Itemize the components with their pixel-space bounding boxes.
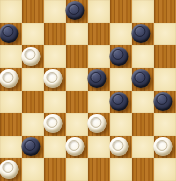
white-piece[interactable] — [0, 160, 18, 179]
square-r3c2[interactable] — [44, 68, 66, 91]
dark-piece[interactable] — [131, 24, 150, 43]
square-r0c4 — [88, 0, 110, 23]
square-r4c6 — [132, 91, 154, 114]
white-piece[interactable] — [43, 69, 62, 88]
square-r5c4[interactable] — [88, 113, 110, 136]
square-r5c7 — [154, 113, 176, 136]
square-r1c6[interactable] — [132, 23, 154, 46]
square-r6c5[interactable] — [110, 136, 132, 159]
square-r0c2 — [44, 0, 66, 23]
square-r5c6[interactable] — [132, 113, 154, 136]
checkers-board — [0, 0, 176, 181]
square-r3c3 — [66, 68, 88, 91]
square-r1c1 — [22, 23, 44, 46]
square-r0c5[interactable] — [110, 0, 132, 23]
square-r4c4 — [88, 91, 110, 114]
square-r2c2 — [44, 45, 66, 68]
square-r4c7[interactable] — [154, 91, 176, 114]
square-r3c0[interactable] — [0, 68, 22, 91]
square-r6c7[interactable] — [154, 136, 176, 159]
square-r6c1[interactable] — [22, 136, 44, 159]
square-r0c7[interactable] — [154, 0, 176, 23]
square-r1c2[interactable] — [44, 23, 66, 46]
dark-piece[interactable] — [0, 24, 18, 43]
square-r7c6[interactable] — [132, 158, 154, 181]
dark-piece[interactable] — [21, 137, 40, 156]
square-r1c4[interactable] — [88, 23, 110, 46]
white-piece[interactable] — [0, 69, 18, 88]
square-r3c4[interactable] — [88, 68, 110, 91]
white-piece[interactable] — [43, 114, 62, 133]
square-r3c5 — [110, 68, 132, 91]
square-r1c5 — [110, 23, 132, 46]
square-r2c3[interactable] — [66, 45, 88, 68]
square-r6c0 — [0, 136, 22, 159]
square-r7c3 — [66, 158, 88, 181]
square-r4c3[interactable] — [66, 91, 88, 114]
dark-piece[interactable] — [153, 92, 172, 111]
square-r1c7 — [154, 23, 176, 46]
white-piece[interactable] — [153, 137, 172, 156]
white-piece[interactable] — [87, 114, 106, 133]
white-piece[interactable] — [109, 137, 128, 156]
square-r6c6 — [132, 136, 154, 159]
square-r7c4[interactable] — [88, 158, 110, 181]
dark-piece[interactable] — [65, 1, 84, 20]
square-r2c7[interactable] — [154, 45, 176, 68]
dark-piece[interactable] — [131, 69, 150, 88]
square-r5c1 — [22, 113, 44, 136]
square-r0c1[interactable] — [22, 0, 44, 23]
square-r5c3 — [66, 113, 88, 136]
square-r5c2[interactable] — [44, 113, 66, 136]
square-r3c6[interactable] — [132, 68, 154, 91]
square-r2c0 — [0, 45, 22, 68]
square-r6c2 — [44, 136, 66, 159]
square-r4c1[interactable] — [22, 91, 44, 114]
square-r7c0[interactable] — [0, 158, 22, 181]
square-r7c7 — [154, 158, 176, 181]
square-r6c4 — [88, 136, 110, 159]
square-r4c2 — [44, 91, 66, 114]
square-r7c2[interactable] — [44, 158, 66, 181]
square-r2c1[interactable] — [22, 45, 44, 68]
square-r0c3[interactable] — [66, 0, 88, 23]
square-r5c5 — [110, 113, 132, 136]
square-r3c1 — [22, 68, 44, 91]
square-r0c6 — [132, 0, 154, 23]
white-piece[interactable] — [65, 137, 84, 156]
dark-piece[interactable] — [109, 92, 128, 111]
dark-piece[interactable] — [87, 69, 106, 88]
square-r1c3 — [66, 23, 88, 46]
square-r4c0 — [0, 91, 22, 114]
square-r2c6 — [132, 45, 154, 68]
square-r7c5 — [110, 158, 132, 181]
square-r0c0 — [0, 0, 22, 23]
dark-piece[interactable] — [109, 46, 128, 65]
white-piece[interactable] — [21, 46, 40, 65]
square-r2c4 — [88, 45, 110, 68]
square-r3c7 — [154, 68, 176, 91]
square-r1c0[interactable] — [0, 23, 22, 46]
square-r7c1 — [22, 158, 44, 181]
square-r2c5[interactable] — [110, 45, 132, 68]
square-r5c0[interactable] — [0, 113, 22, 136]
square-r4c5[interactable] — [110, 91, 132, 114]
square-r6c3[interactable] — [66, 136, 88, 159]
